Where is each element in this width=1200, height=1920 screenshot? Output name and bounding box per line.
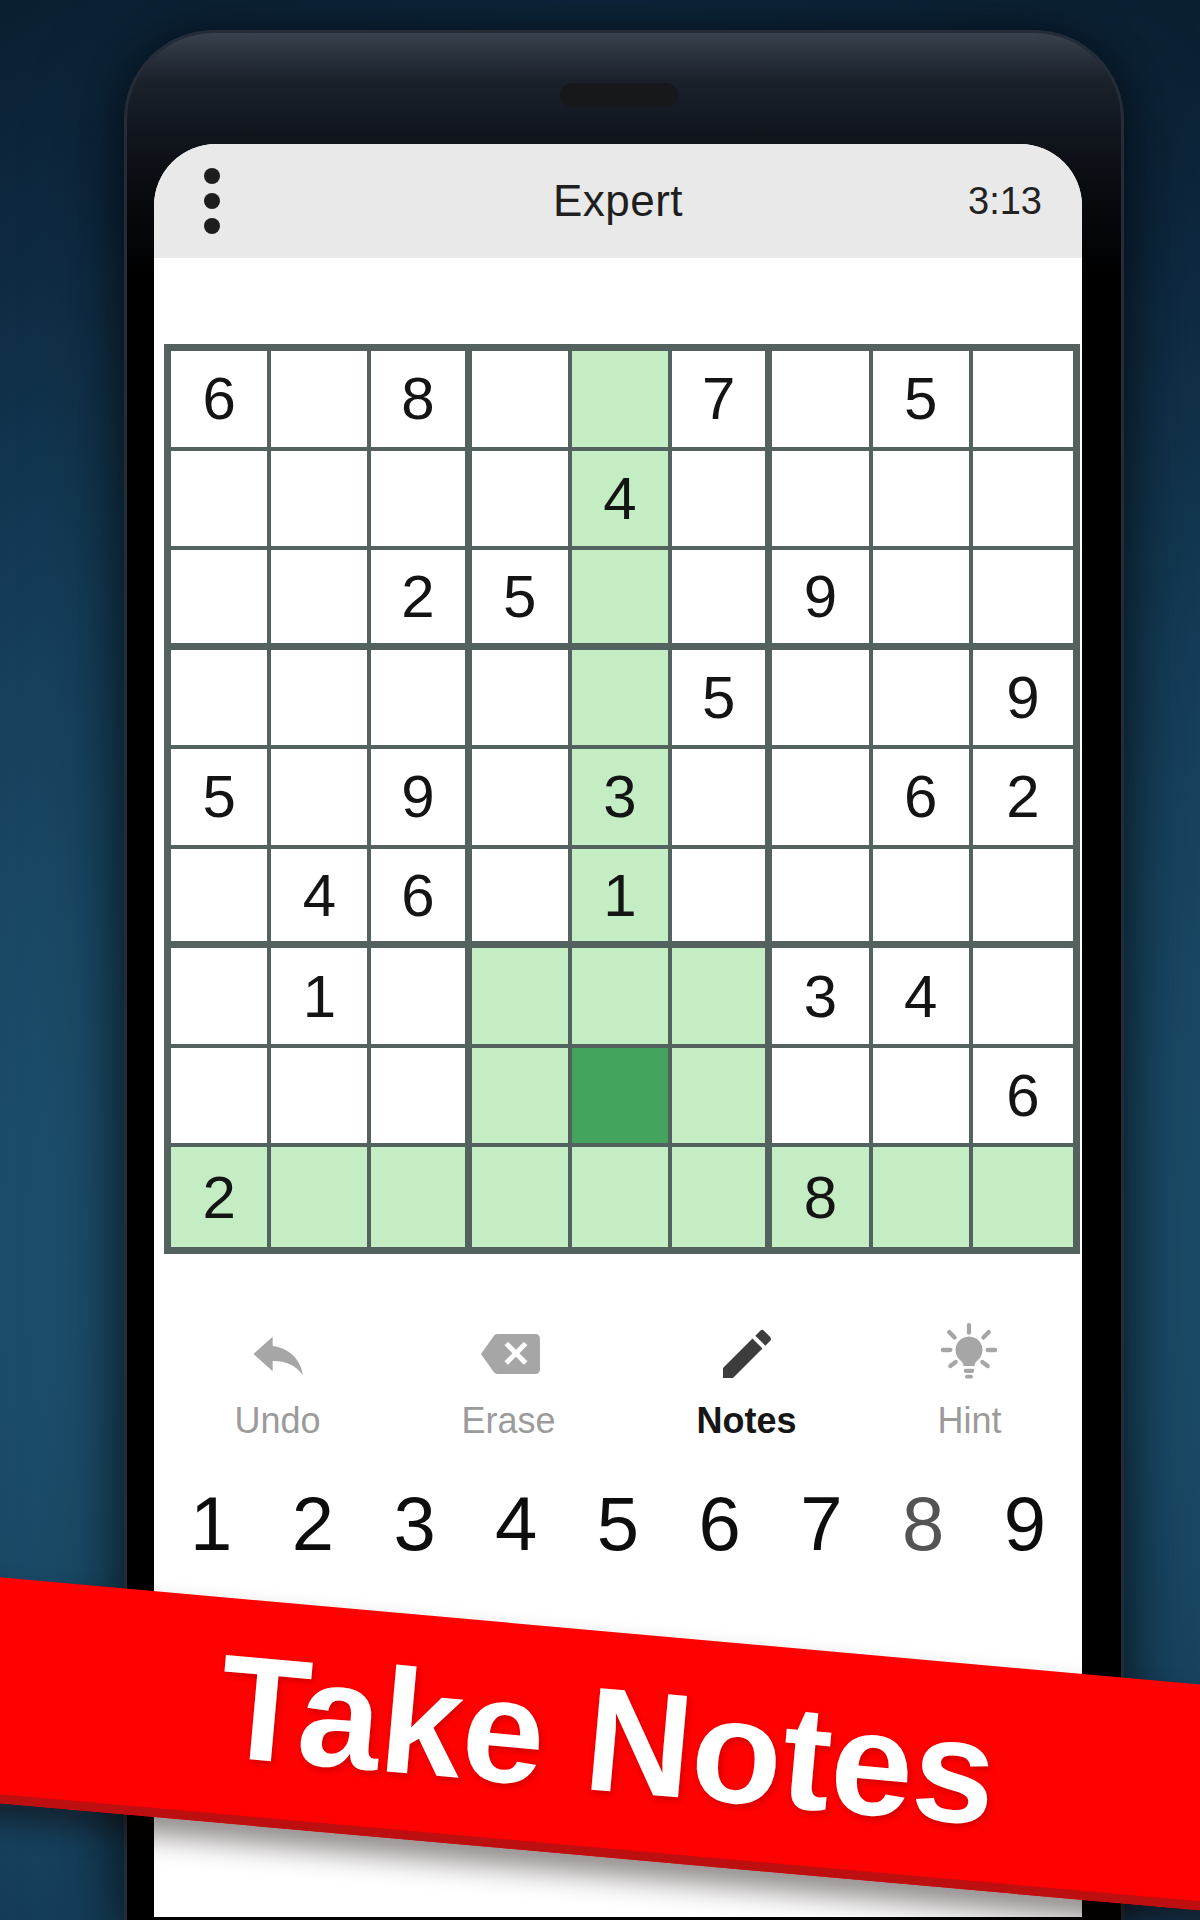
cell-r3c6[interactable] (672, 550, 772, 650)
cell-r8c8[interactable] (873, 1048, 973, 1148)
app-header: Expert 3:13 (154, 144, 1082, 258)
cell-r8c6[interactable] (672, 1048, 772, 1148)
cell-r1c4[interactable] (472, 351, 572, 451)
cell-r6c4[interactable] (472, 849, 572, 949)
cell-r3c2[interactable] (271, 550, 371, 650)
cell-r5c5[interactable]: 3 (572, 749, 672, 849)
numpad-digit-2[interactable]: 2 (292, 1486, 334, 1562)
cell-r7c9[interactable] (973, 948, 1073, 1048)
cell-r6c8[interactable] (873, 849, 973, 949)
cell-r7c2[interactable]: 1 (271, 948, 371, 1048)
undo-button[interactable]: Undo (234, 1322, 320, 1442)
cell-r7c7[interactable]: 3 (772, 948, 872, 1048)
cell-r6c9[interactable] (973, 849, 1073, 949)
cell-r9c3[interactable] (371, 1147, 471, 1247)
cell-r8c2[interactable] (271, 1048, 371, 1148)
cell-r8c3[interactable] (371, 1048, 471, 1148)
numpad-digit-5[interactable]: 5 (597, 1486, 639, 1562)
erase-button[interactable]: Erase (461, 1322, 555, 1442)
cell-r5c9[interactable]: 2 (973, 749, 1073, 849)
cell-r7c8[interactable]: 4 (873, 948, 973, 1048)
cell-r5c6[interactable] (672, 749, 772, 849)
difficulty-title: Expert (154, 176, 1082, 226)
game-timer: 3:13 (968, 180, 1042, 223)
cell-r9c9[interactable] (973, 1147, 1073, 1247)
numpad-digit-7[interactable]: 7 (800, 1486, 842, 1562)
cell-r6c7[interactable] (772, 849, 872, 949)
cell-r9c1[interactable]: 2 (171, 1147, 271, 1247)
promo-ribbon-text: Take Notes (212, 1621, 1003, 1860)
cell-r4c3[interactable] (371, 650, 471, 750)
cell-r2c4[interactable] (472, 451, 572, 551)
undo-label: Undo (234, 1400, 320, 1442)
cell-r5c3[interactable]: 9 (371, 749, 471, 849)
cell-r4c5[interactable] (572, 650, 672, 750)
cell-r2c6[interactable] (672, 451, 772, 551)
cell-r9c5[interactable] (572, 1147, 672, 1247)
cell-r9c8[interactable] (873, 1147, 973, 1247)
cell-r6c2[interactable]: 4 (271, 849, 371, 949)
cell-r4c1[interactable] (171, 650, 271, 750)
numpad-digit-3[interactable]: 3 (393, 1486, 435, 1562)
cell-r4c2[interactable] (271, 650, 371, 750)
cell-r3c3[interactable]: 2 (371, 550, 471, 650)
cell-r8c1[interactable] (171, 1048, 271, 1148)
numpad-digit-1[interactable]: 1 (190, 1486, 232, 1562)
cell-r5c1[interactable]: 5 (171, 749, 271, 849)
cell-r5c7[interactable] (772, 749, 872, 849)
cell-r4c9[interactable]: 9 (973, 650, 1073, 750)
cell-r5c4[interactable] (472, 749, 572, 849)
cell-r7c1[interactable] (171, 948, 271, 1048)
cell-r6c6[interactable] (672, 849, 772, 949)
cell-r7c5[interactable] (572, 948, 672, 1048)
cell-r1c8[interactable]: 5 (873, 351, 973, 451)
numpad-digit-4[interactable]: 4 (495, 1486, 537, 1562)
cell-r9c2[interactable] (271, 1147, 371, 1247)
sudoku-board: 687542595959362461134628 (164, 344, 1080, 1254)
cell-r5c8[interactable]: 6 (873, 749, 973, 849)
cell-r1c6[interactable]: 7 (672, 351, 772, 451)
erase-label: Erase (461, 1400, 555, 1442)
cell-r7c4[interactable] (472, 948, 572, 1048)
hint-button[interactable]: Hint (937, 1322, 1001, 1442)
lightbulb-icon (937, 1322, 1001, 1390)
cell-r3c4[interactable]: 5 (472, 550, 572, 650)
hint-label: Hint (937, 1400, 1001, 1442)
cell-r1c1[interactable]: 6 (171, 351, 271, 451)
backspace-icon (477, 1322, 541, 1390)
cell-r8c9[interactable]: 6 (973, 1048, 1073, 1148)
cell-r1c9[interactable] (973, 351, 1073, 451)
numpad-digit-9[interactable]: 9 (1004, 1486, 1046, 1562)
cell-r3c9[interactable] (973, 550, 1073, 650)
pencil-icon (715, 1322, 779, 1390)
notes-button[interactable]: Notes (696, 1322, 796, 1442)
cell-r8c7[interactable] (772, 1048, 872, 1148)
cell-r2c8[interactable] (873, 451, 973, 551)
cell-r4c6[interactable]: 5 (672, 650, 772, 750)
phone-speaker (560, 83, 678, 107)
cell-r1c5[interactable] (572, 351, 672, 451)
cell-r9c4[interactable] (472, 1147, 572, 1247)
cell-r8c4[interactable] (472, 1048, 572, 1148)
cell-r9c6[interactable] (672, 1147, 772, 1247)
cell-r1c7[interactable] (772, 351, 872, 451)
cell-r4c8[interactable] (873, 650, 973, 750)
numpad-digit-6[interactable]: 6 (699, 1486, 741, 1562)
cell-r3c5[interactable] (572, 550, 672, 650)
cell-r1c2[interactable] (271, 351, 371, 451)
cell-r2c5[interactable]: 4 (572, 451, 672, 551)
cell-r6c3[interactable]: 6 (371, 849, 471, 949)
cell-r7c6[interactable] (672, 948, 772, 1048)
cell-r3c1[interactable] (171, 550, 271, 650)
cell-r7c3[interactable] (371, 948, 471, 1048)
notes-label: Notes (696, 1400, 796, 1442)
cell-r9c7[interactable]: 8 (772, 1147, 872, 1247)
number-pad: 123456789 (190, 1474, 1046, 1574)
undo-arrow-icon (246, 1322, 310, 1390)
cell-r8c5[interactable] (572, 1048, 672, 1148)
cell-r4c7[interactable] (772, 650, 872, 750)
cell-r2c1[interactable] (171, 451, 271, 551)
cell-r2c7[interactable] (772, 451, 872, 551)
cell-r3c7[interactable]: 9 (772, 550, 872, 650)
numpad-digit-8[interactable]: 8 (902, 1486, 944, 1562)
cell-r6c1[interactable] (171, 849, 271, 949)
toolbar: Undo Erase Notes (164, 1322, 1072, 1442)
cell-r6c5[interactable]: 1 (572, 849, 672, 949)
cell-r2c3[interactable] (371, 451, 471, 551)
cell-r2c2[interactable] (271, 451, 371, 551)
cell-r3c8[interactable] (873, 550, 973, 650)
cell-r5c2[interactable] (271, 749, 371, 849)
cell-r2c9[interactable] (973, 451, 1073, 551)
cell-r4c4[interactable] (472, 650, 572, 750)
cell-r1c3[interactable]: 8 (371, 351, 471, 451)
